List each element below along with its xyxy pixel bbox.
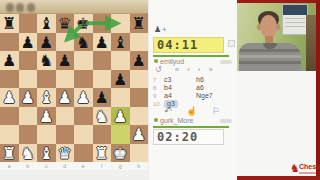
black-knight-c6: ♞ xyxy=(37,51,56,70)
black-queen-d8: ♛ xyxy=(56,14,75,33)
prev-move-icon[interactable]: ‹ xyxy=(187,66,190,74)
file-label-f: f xyxy=(93,162,112,170)
move-number: 7 xyxy=(153,76,164,84)
white-pawn-c3: ♟ xyxy=(37,107,56,126)
blurred-captured-piece-icon xyxy=(16,3,24,12)
black-rook-h8: ♜ xyxy=(130,14,149,33)
square-h2[interactable]: ♟ xyxy=(130,125,149,144)
white-pawn-d4: ♟ xyxy=(56,88,75,107)
square-e4[interactable]: ♟ xyxy=(74,88,93,107)
webcam xyxy=(237,3,316,71)
square-a7[interactable] xyxy=(0,33,19,52)
square-f6[interactable] xyxy=(93,51,112,70)
red-border-top xyxy=(237,0,320,3)
streamer-face xyxy=(260,15,277,38)
square-e1[interactable] xyxy=(74,144,93,163)
flip-board-icon[interactable]: ↺ xyxy=(155,66,162,74)
square-c4[interactable]: ♝ xyxy=(37,88,56,107)
clock-black-time: 04:11 xyxy=(157,38,198,52)
square-e3[interactable] xyxy=(74,107,93,126)
square-a5[interactable] xyxy=(0,70,19,89)
red-border-bottom xyxy=(237,176,320,180)
time-bar-white xyxy=(153,126,229,128)
black-move[interactable]: Nge7 xyxy=(196,92,228,100)
square-h5[interactable] xyxy=(130,70,149,89)
square-g2[interactable] xyxy=(111,125,130,144)
replay-controls: ↺«‹›» xyxy=(153,66,231,74)
square-d7[interactable] xyxy=(56,33,75,52)
square-b8[interactable] xyxy=(19,14,38,33)
move-row: 8b4a6 xyxy=(153,84,233,92)
square-d6[interactable]: ♟ xyxy=(56,51,75,70)
white-pawn-a4: ♟ xyxy=(0,88,19,107)
player-black-name[interactable]: emilyud xyxy=(160,58,184,65)
square-f1[interactable]: ♜ xyxy=(93,144,112,163)
clock-white-time: 02:20 xyxy=(157,130,198,144)
square-f4[interactable]: ♟ xyxy=(93,88,112,107)
square-d2[interactable] xyxy=(56,125,75,144)
square-h4[interactable] xyxy=(130,88,149,107)
black-pawn-h6: ♟ xyxy=(130,51,149,70)
square-b2[interactable] xyxy=(19,125,38,144)
black-pawn-f7: ♟ xyxy=(93,33,112,52)
square-a6[interactable]: ♟ xyxy=(0,51,19,70)
white-pawn-g3: ♟ xyxy=(111,107,130,126)
black-pawn-b7: ♟ xyxy=(19,33,38,52)
resign-flag-icon[interactable]: ⚐ xyxy=(212,106,220,116)
cropped-header-strip xyxy=(0,0,148,14)
blurred-captured-piece-icon xyxy=(6,3,14,12)
square-a4[interactable]: ♟ xyxy=(0,88,19,107)
square-g1[interactable]: ♚ xyxy=(111,144,130,163)
square-f8[interactable] xyxy=(93,14,112,33)
game-panel: ♟+ 04:11 emilyud ↺«‹›» 7c3h68b4a69a4Nge7… xyxy=(148,0,237,180)
white-move[interactable]: a4 xyxy=(164,92,196,100)
square-c3[interactable]: ♟ xyxy=(37,107,56,126)
square-a1[interactable]: ♜ xyxy=(0,144,19,163)
material-plus: + xyxy=(162,26,166,33)
square-e2[interactable] xyxy=(74,125,93,144)
square-e7[interactable]: ♞ xyxy=(74,33,93,52)
black-pawn-c7: ♟ xyxy=(37,33,56,52)
takeback-icon[interactable]: ↶ xyxy=(164,106,172,116)
square-f3[interactable]: ♞ xyxy=(93,107,112,126)
white-king-g1: ♚ xyxy=(111,144,130,163)
time-bar-black xyxy=(153,55,229,57)
white-move[interactable]: c3 xyxy=(164,76,196,84)
square-g8[interactable] xyxy=(111,14,130,33)
online-dot-icon xyxy=(154,59,158,63)
white-pawn-e4: ♟ xyxy=(74,88,93,107)
streamer-ear xyxy=(276,24,280,30)
square-h3[interactable] xyxy=(130,107,149,126)
online-dot-icon xyxy=(154,118,158,122)
move-number: 9 xyxy=(153,92,164,100)
player-black[interactable]: emilyud xyxy=(154,58,232,66)
player-white-name[interactable]: gurk_More xyxy=(160,117,193,124)
square-c1[interactable]: ♝ xyxy=(37,144,56,163)
square-h1[interactable] xyxy=(130,144,149,163)
player-white[interactable]: gurk_More xyxy=(154,117,232,125)
black-move[interactable]: h6 xyxy=(196,76,228,84)
black-bishop-g7: ♝ xyxy=(111,33,130,52)
square-d8[interactable]: ♛ xyxy=(56,14,75,33)
square-h8[interactable]: ♜ xyxy=(130,14,149,33)
file-label-h: h xyxy=(130,162,149,170)
white-pawn-b4: ♟ xyxy=(19,88,38,107)
square-g7[interactable]: ♝ xyxy=(111,33,130,52)
calendar-picture xyxy=(283,5,307,15)
video-frame: ♜♝♛♚♜♟♟♞♟♝♟♞♟♟♟♟♟♝♟♟♟♟♞♟♟♜♞♝♛♜♚ abcdefgh… xyxy=(0,0,320,180)
square-a8[interactable]: ♜ xyxy=(0,14,19,33)
black-pawn-g5: ♟ xyxy=(111,70,130,89)
square-a2[interactable] xyxy=(0,125,19,144)
square-d4[interactable]: ♟ xyxy=(56,88,75,107)
square-c2[interactable] xyxy=(37,125,56,144)
rating-blur-badge xyxy=(220,119,232,123)
square-c6[interactable]: ♞ xyxy=(37,51,56,70)
captured-pawn-icon: ♟ xyxy=(154,25,161,34)
move-list: 7c3h68b4a69a4Nge710g3 xyxy=(153,76,233,108)
door-frame xyxy=(306,15,316,71)
red-border-right xyxy=(316,0,320,180)
black-rook-a8: ♜ xyxy=(0,14,19,33)
white-pawn-h2: ♟ xyxy=(130,125,149,144)
white-knight-b1: ♞ xyxy=(19,144,38,163)
square-b4[interactable]: ♟ xyxy=(19,88,38,107)
clock-black: 04:11 xyxy=(153,37,224,53)
file-coordinates: abcdefgh xyxy=(0,162,148,170)
channel-logo: ♞ Chess xyxy=(290,162,318,176)
white-knight-f3: ♞ xyxy=(93,107,112,126)
file-label-a: a xyxy=(0,162,19,170)
square-f5[interactable] xyxy=(93,70,112,89)
square-b5[interactable] xyxy=(19,70,38,89)
black-knight-e7: ♞ xyxy=(74,33,93,52)
streamer-sweater xyxy=(239,43,301,71)
square-a3[interactable] xyxy=(0,107,19,126)
last-move-icon[interactable]: » xyxy=(209,66,213,74)
square-b6[interactable] xyxy=(19,51,38,70)
square-e5[interactable] xyxy=(74,70,93,89)
logo-subtext-blur xyxy=(299,172,316,174)
square-c7[interactable]: ♟ xyxy=(37,33,56,52)
square-d1[interactable]: ♛ xyxy=(56,144,75,163)
square-b1[interactable]: ♞ xyxy=(19,144,38,163)
square-c8[interactable]: ♝ xyxy=(37,14,56,33)
white-bishop-c1: ♝ xyxy=(37,144,56,163)
streamer-ear xyxy=(257,24,261,30)
white-queen-d1: ♛ xyxy=(56,144,75,163)
move-row: 9a4Nge7 xyxy=(153,92,233,100)
square-e6[interactable] xyxy=(74,51,93,70)
square-c5[interactable] xyxy=(37,70,56,89)
square-f7[interactable]: ♟ xyxy=(93,33,112,52)
material-diff: ♟+ xyxy=(154,25,166,36)
square-b7[interactable]: ♟ xyxy=(19,33,38,52)
clock-white: 02:20 xyxy=(153,129,224,145)
logo-text: Chess xyxy=(299,163,320,171)
white-move[interactable]: b4 xyxy=(164,84,196,92)
square-e8[interactable]: ♚ xyxy=(74,14,93,33)
file-label-g: g xyxy=(111,162,130,170)
black-pawn-d6: ♟ xyxy=(56,51,75,70)
file-label-b: b xyxy=(19,162,38,170)
square-d5[interactable] xyxy=(56,70,75,89)
blurred-captured-piece-icon xyxy=(27,3,35,12)
black-pawn-f4: ♟ xyxy=(93,88,112,107)
page-margin xyxy=(0,170,148,180)
square-f2[interactable] xyxy=(93,125,112,144)
file-label-d: d xyxy=(56,162,75,170)
square-g3[interactable]: ♟ xyxy=(111,107,130,126)
white-rook-f1: ♜ xyxy=(93,144,112,163)
file-label-e: e xyxy=(74,162,93,170)
square-g5[interactable]: ♟ xyxy=(111,70,130,89)
black-king-e8: ♚ xyxy=(74,14,93,33)
first-move-icon[interactable]: « xyxy=(175,66,179,74)
black-bishop-c8: ♝ xyxy=(37,14,56,33)
draw-offer-icon[interactable]: ☝ xyxy=(186,106,197,116)
panel-mini-icon[interactable] xyxy=(228,40,235,47)
square-g4[interactable] xyxy=(111,88,130,107)
chess-board[interactable]: ♜♝♛♚♜♟♟♞♟♝♟♞♟♟♟♟♟♝♟♟♟♟♞♟♟♜♞♝♛♜♚ xyxy=(0,14,148,162)
move-number: 8 xyxy=(153,84,164,92)
square-b3[interactable] xyxy=(19,107,38,126)
square-h6[interactable]: ♟ xyxy=(130,51,149,70)
black-pawn-a6: ♟ xyxy=(0,51,19,70)
square-h7[interactable] xyxy=(130,33,149,52)
white-bishop-c4: ♝ xyxy=(37,88,56,107)
game-actions: ↶ ☝ ⚐ xyxy=(153,105,231,117)
square-d3[interactable] xyxy=(56,107,75,126)
wall-calendar xyxy=(282,4,308,35)
square-g6[interactable] xyxy=(111,51,130,70)
file-label-c: c xyxy=(37,162,56,170)
white-rook-a1: ♜ xyxy=(0,144,19,163)
move-row: 7c3h6 xyxy=(153,76,233,84)
next-move-icon[interactable]: › xyxy=(198,66,201,74)
rating-blur-badge xyxy=(220,60,232,64)
black-move[interactable]: a6 xyxy=(196,84,228,92)
